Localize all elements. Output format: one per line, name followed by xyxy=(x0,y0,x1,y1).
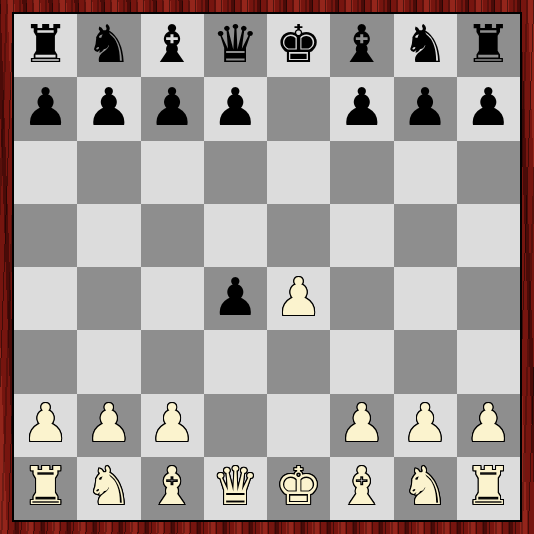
black-rook: ♜ xyxy=(22,18,69,70)
square-d8[interactable]: ♛ xyxy=(204,14,267,77)
square-f1[interactable]: ♝ xyxy=(330,457,393,520)
square-b1[interactable]: ♞ xyxy=(77,457,140,520)
white-pawn: ♟ xyxy=(402,397,449,449)
square-h5[interactable] xyxy=(457,204,520,267)
square-d2[interactable] xyxy=(204,394,267,457)
white-rook: ♜ xyxy=(465,460,512,512)
square-f6[interactable] xyxy=(330,141,393,204)
square-b2[interactable]: ♟ xyxy=(77,394,140,457)
square-h3[interactable] xyxy=(457,330,520,393)
black-queen: ♛ xyxy=(212,18,259,70)
square-a3[interactable] xyxy=(14,330,77,393)
square-b8[interactable]: ♞ xyxy=(77,14,140,77)
square-c5[interactable] xyxy=(141,204,204,267)
square-f3[interactable] xyxy=(330,330,393,393)
square-e8[interactable]: ♚ xyxy=(267,14,330,77)
square-e7[interactable] xyxy=(267,77,330,140)
board-frame: ♜♞♝♛♚♝♞♜♟♟♟♟♟♟♟♟♟♟♟♟♟♟♟♜♞♝♛♚♝♞♜ xyxy=(0,0,534,534)
black-rook: ♜ xyxy=(465,18,512,70)
square-e2[interactable] xyxy=(267,394,330,457)
square-c3[interactable] xyxy=(141,330,204,393)
square-f2[interactable]: ♟ xyxy=(330,394,393,457)
square-b7[interactable]: ♟ xyxy=(77,77,140,140)
white-pawn: ♟ xyxy=(339,397,386,449)
white-king: ♚ xyxy=(275,460,322,512)
black-pawn: ♟ xyxy=(465,81,512,133)
square-e6[interactable] xyxy=(267,141,330,204)
square-a5[interactable] xyxy=(14,204,77,267)
black-bishop: ♝ xyxy=(149,18,196,70)
square-a1[interactable]: ♜ xyxy=(14,457,77,520)
square-b6[interactable] xyxy=(77,141,140,204)
white-pawn: ♟ xyxy=(149,397,196,449)
white-knight: ♞ xyxy=(402,460,449,512)
square-e3[interactable] xyxy=(267,330,330,393)
square-c8[interactable]: ♝ xyxy=(141,14,204,77)
square-a7[interactable]: ♟ xyxy=(14,77,77,140)
square-c4[interactable] xyxy=(141,267,204,330)
square-d7[interactable]: ♟ xyxy=(204,77,267,140)
square-c7[interactable]: ♟ xyxy=(141,77,204,140)
square-c6[interactable] xyxy=(141,141,204,204)
square-d6[interactable] xyxy=(204,141,267,204)
square-h8[interactable]: ♜ xyxy=(457,14,520,77)
square-g7[interactable]: ♟ xyxy=(394,77,457,140)
square-h2[interactable]: ♟ xyxy=(457,394,520,457)
square-g2[interactable]: ♟ xyxy=(394,394,457,457)
white-rook: ♜ xyxy=(22,460,69,512)
square-h7[interactable]: ♟ xyxy=(457,77,520,140)
white-knight: ♞ xyxy=(86,460,133,512)
white-bishop: ♝ xyxy=(149,460,196,512)
black-knight: ♞ xyxy=(402,18,449,70)
black-pawn: ♟ xyxy=(402,81,449,133)
square-a6[interactable] xyxy=(14,141,77,204)
square-b4[interactable] xyxy=(77,267,140,330)
square-c1[interactable]: ♝ xyxy=(141,457,204,520)
square-b5[interactable] xyxy=(77,204,140,267)
square-c2[interactable]: ♟ xyxy=(141,394,204,457)
square-d5[interactable] xyxy=(204,204,267,267)
black-pawn: ♟ xyxy=(22,81,69,133)
square-f8[interactable]: ♝ xyxy=(330,14,393,77)
square-d4[interactable]: ♟ xyxy=(204,267,267,330)
square-d3[interactable] xyxy=(204,330,267,393)
square-g8[interactable]: ♞ xyxy=(394,14,457,77)
square-b3[interactable] xyxy=(77,330,140,393)
chess-board: ♜♞♝♛♚♝♞♜♟♟♟♟♟♟♟♟♟♟♟♟♟♟♟♜♞♝♛♚♝♞♜ xyxy=(14,14,520,520)
square-a2[interactable]: ♟ xyxy=(14,394,77,457)
board-rim: ♜♞♝♛♚♝♞♜♟♟♟♟♟♟♟♟♟♟♟♟♟♟♟♜♞♝♛♚♝♞♜ xyxy=(12,12,522,522)
square-a4[interactable] xyxy=(14,267,77,330)
white-pawn: ♟ xyxy=(275,271,322,323)
square-f7[interactable]: ♟ xyxy=(330,77,393,140)
square-e4[interactable]: ♟ xyxy=(267,267,330,330)
square-f5[interactable] xyxy=(330,204,393,267)
square-h4[interactable] xyxy=(457,267,520,330)
black-bishop: ♝ xyxy=(339,18,386,70)
white-bishop: ♝ xyxy=(339,460,386,512)
black-pawn: ♟ xyxy=(149,81,196,133)
white-queen: ♛ xyxy=(212,460,259,512)
square-d1[interactable]: ♛ xyxy=(204,457,267,520)
black-pawn: ♟ xyxy=(212,81,259,133)
square-f4[interactable] xyxy=(330,267,393,330)
black-pawn: ♟ xyxy=(86,81,133,133)
white-pawn: ♟ xyxy=(86,397,133,449)
square-h6[interactable] xyxy=(457,141,520,204)
white-pawn: ♟ xyxy=(465,397,512,449)
square-a8[interactable]: ♜ xyxy=(14,14,77,77)
white-pawn: ♟ xyxy=(22,397,69,449)
square-g5[interactable] xyxy=(394,204,457,267)
square-g1[interactable]: ♞ xyxy=(394,457,457,520)
square-e5[interactable] xyxy=(267,204,330,267)
square-h1[interactable]: ♜ xyxy=(457,457,520,520)
black-pawn: ♟ xyxy=(212,271,259,323)
black-knight: ♞ xyxy=(86,18,133,70)
square-g3[interactable] xyxy=(394,330,457,393)
black-king: ♚ xyxy=(275,18,322,70)
square-g6[interactable] xyxy=(394,141,457,204)
black-pawn: ♟ xyxy=(339,81,386,133)
square-g4[interactable] xyxy=(394,267,457,330)
square-e1[interactable]: ♚ xyxy=(267,457,330,520)
